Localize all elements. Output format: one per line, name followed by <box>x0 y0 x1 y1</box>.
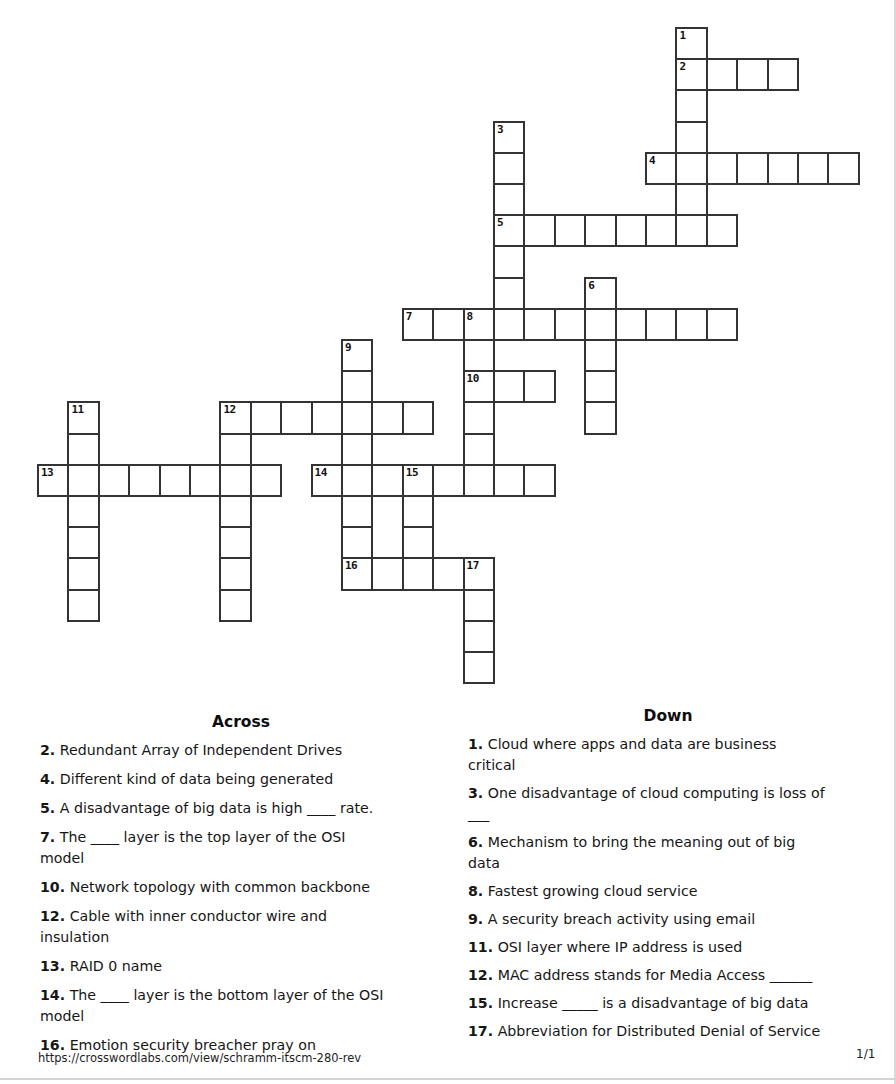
cell-10-18[interactable] <box>584 339 616 372</box>
clue-down-6: 6. Mechanism to bring the meaning out of… <box>468 832 868 874</box>
cell-0-21[interactable]: 1 <box>675 27 707 60</box>
cell-17-11[interactable] <box>371 557 403 590</box>
cell-12-18[interactable] <box>584 401 616 434</box>
clue-down-3: 3. One disadvantage of cloud computing i… <box>468 783 868 825</box>
cell-17-1[interactable] <box>67 557 99 590</box>
cell-7-15[interactable] <box>493 245 525 278</box>
grid-number-9: 9 <box>345 341 351 354</box>
cell-13-10[interactable] <box>341 433 373 466</box>
cell-17-12[interactable] <box>402 557 434 590</box>
cell-4-20[interactable]: 4 <box>645 152 677 185</box>
clue-across-2: 2. Redundant Array of Independent Drives <box>40 740 442 761</box>
clue-down-17: 17. Abbreviation for Distributed Denial … <box>468 1021 868 1042</box>
cell-14-3[interactable] <box>128 464 160 497</box>
cell-14-1[interactable] <box>67 464 99 497</box>
cell-20-14[interactable] <box>463 651 495 684</box>
clue-number: 9. <box>468 911 483 927</box>
clue-number: 5. <box>40 800 55 816</box>
cell-10-10[interactable]: 9 <box>341 339 373 372</box>
clue-number: 6. <box>468 834 483 850</box>
clue-number: 3. <box>468 785 483 801</box>
clue-across-7: 7. The ____ layer is the top layer of th… <box>40 827 442 869</box>
cell-9-12[interactable]: 7 <box>402 308 434 341</box>
clue-down-9: 9. A security breach activity using emai… <box>468 909 868 930</box>
across-clues-section: Across 2. Redundant Array of Independent… <box>40 712 442 1064</box>
cell-17-10[interactable]: 16 <box>341 557 373 590</box>
clue-across-14: 14. The ____ layer is the bottom layer o… <box>40 985 442 1027</box>
cell-12-14[interactable] <box>463 401 495 434</box>
cell-11-16[interactable] <box>523 370 555 403</box>
cell-14-11[interactable] <box>371 464 403 497</box>
cell-14-15[interactable] <box>493 464 525 497</box>
cell-6-17[interactable] <box>554 214 586 247</box>
cell-9-20[interactable] <box>645 308 677 341</box>
clue-down-15: 15. Increase _____ is a disadvantage of … <box>468 993 868 1014</box>
cell-6-22[interactable] <box>706 214 738 247</box>
clue-number: 15. <box>468 995 493 1011</box>
cell-13-6[interactable] <box>219 433 251 466</box>
cell-9-19[interactable] <box>615 308 647 341</box>
grid-number-5: 5 <box>497 216 503 229</box>
cell-18-14[interactable] <box>463 589 495 622</box>
clue-number: 17. <box>468 1023 493 1039</box>
grid-number-11: 11 <box>71 403 83 416</box>
cell-12-6[interactable]: 12 <box>219 401 251 434</box>
cell-16-1[interactable] <box>67 526 99 559</box>
clue-down-12: 12. MAC address stands for Media Access … <box>468 965 868 986</box>
grid-number-13: 13 <box>41 466 53 479</box>
grid-number-10: 10 <box>467 372 479 385</box>
down-clue-list: 1. Cloud where apps and data are busines… <box>468 734 868 1042</box>
cell-3-15[interactable]: 3 <box>493 121 525 154</box>
cell-12-10[interactable] <box>341 401 373 434</box>
grid-number-6: 6 <box>588 279 594 292</box>
cell-18-1[interactable] <box>67 589 99 622</box>
grid-number-17: 17 <box>467 559 479 572</box>
cell-15-1[interactable] <box>67 495 99 528</box>
cell-14-4[interactable] <box>159 464 191 497</box>
clue-number: 8. <box>468 883 483 899</box>
clue-across-10: 10. Network topology with common backbon… <box>40 877 442 898</box>
cell-12-7[interactable] <box>250 401 282 434</box>
cell-1-24[interactable] <box>767 58 799 91</box>
cell-14-0[interactable]: 13 <box>37 464 69 497</box>
grid-number-7: 7 <box>406 310 412 323</box>
cell-17-6[interactable] <box>219 557 251 590</box>
cell-17-13[interactable] <box>432 557 464 590</box>
grid-number-1: 1 <box>679 29 685 42</box>
clue-number: 7. <box>40 829 55 845</box>
clue-across-12: 12. Cable with inner conductor wire andi… <box>40 906 442 948</box>
cell-13-1[interactable] <box>67 433 99 466</box>
cell-9-22[interactable] <box>706 308 738 341</box>
cell-16-6[interactable] <box>219 526 251 559</box>
down-heading: Down <box>468 706 868 726</box>
cell-12-8[interactable] <box>280 401 312 434</box>
cell-11-18[interactable] <box>584 370 616 403</box>
cell-9-21[interactable] <box>675 308 707 341</box>
cell-16-12[interactable] <box>402 526 434 559</box>
cell-8-18[interactable]: 6 <box>584 277 616 310</box>
across-clue-list: 2. Redundant Array of Independent Drives… <box>40 740 442 1056</box>
cell-3-21[interactable] <box>675 121 707 154</box>
cell-12-11[interactable] <box>371 401 403 434</box>
cell-9-16[interactable] <box>523 308 555 341</box>
cell-14-5[interactable] <box>189 464 221 497</box>
cell-4-23[interactable] <box>736 152 768 185</box>
cell-9-13[interactable] <box>432 308 464 341</box>
grid-number-16: 16 <box>345 559 357 572</box>
cell-11-15[interactable] <box>493 370 525 403</box>
footer-url: https://crosswordlabs.com/view/schramm-i… <box>38 1051 361 1065</box>
grid-number-8: 8 <box>467 310 473 323</box>
cell-1-22[interactable] <box>706 58 738 91</box>
cell-14-7[interactable] <box>250 464 282 497</box>
clue-down-1: 1. Cloud where apps and data are busines… <box>468 734 868 776</box>
cell-6-20[interactable] <box>645 214 677 247</box>
clue-number: 13. <box>40 958 65 974</box>
cell-9-15[interactable] <box>493 308 525 341</box>
page-edge-bottom <box>0 1078 896 1080</box>
clue-number: 11. <box>468 939 493 955</box>
cell-14-9[interactable]: 14 <box>311 464 343 497</box>
cell-14-14[interactable] <box>463 464 495 497</box>
cell-6-16[interactable] <box>523 214 555 247</box>
cell-15-10[interactable] <box>341 495 373 528</box>
cell-6-15[interactable]: 5 <box>493 214 525 247</box>
cell-12-12[interactable] <box>402 401 434 434</box>
page-indicator: 1/1 <box>856 1047 875 1061</box>
cell-2-21[interactable] <box>675 89 707 122</box>
cell-6-21[interactable] <box>675 214 707 247</box>
cell-14-12[interactable]: 15 <box>402 464 434 497</box>
grid-number-12: 12 <box>223 403 235 416</box>
cell-9-14[interactable]: 8 <box>463 308 495 341</box>
grid-number-15: 15 <box>406 466 418 479</box>
down-clues-section: Down 1. Cloud where apps and data are bu… <box>468 706 868 1049</box>
cell-17-14[interactable]: 17 <box>463 557 495 590</box>
cell-9-18[interactable] <box>584 308 616 341</box>
cell-4-24[interactable] <box>767 152 799 185</box>
clue-number: 4. <box>40 771 55 787</box>
cell-4-22[interactable] <box>706 152 738 185</box>
cell-6-18[interactable] <box>584 214 616 247</box>
clue-number: 14. <box>40 987 65 1003</box>
cell-8-15[interactable] <box>493 277 525 310</box>
cell-14-13[interactable] <box>432 464 464 497</box>
cell-5-15[interactable] <box>493 183 525 216</box>
grid-number-14: 14 <box>315 466 327 479</box>
cell-11-10[interactable] <box>341 370 373 403</box>
grid-number-2: 2 <box>679 60 685 73</box>
clue-across-5: 5. A disadvantage of big data is high __… <box>40 798 442 819</box>
cell-10-14[interactable] <box>463 339 495 372</box>
clue-number: 1. <box>468 736 483 752</box>
cell-5-21[interactable] <box>675 183 707 216</box>
cell-1-21[interactable]: 2 <box>675 58 707 91</box>
cell-14-2[interactable] <box>98 464 130 497</box>
cell-13-14[interactable] <box>463 433 495 466</box>
cell-14-10[interactable] <box>341 464 373 497</box>
cell-12-1[interactable]: 11 <box>67 401 99 434</box>
cell-15-6[interactable] <box>219 495 251 528</box>
grid-number-4: 4 <box>649 154 655 167</box>
crossword-grid[interactable]: 1234567891011121314151617 <box>0 0 896 700</box>
clue-number: 10. <box>40 879 65 895</box>
clue-across-13: 13. RAID 0 name <box>40 956 442 977</box>
cell-9-17[interactable] <box>554 308 586 341</box>
cell-16-10[interactable] <box>341 526 373 559</box>
cell-4-26[interactable] <box>827 152 859 185</box>
cell-18-6[interactable] <box>219 589 251 622</box>
cell-4-15[interactable] <box>493 152 525 185</box>
across-heading: Across <box>40 712 442 732</box>
grid-number-3: 3 <box>497 123 503 136</box>
cell-4-25[interactable] <box>797 152 829 185</box>
clue-down-8: 8. Fastest growing cloud service <box>468 881 868 902</box>
cell-1-23[interactable] <box>736 58 768 91</box>
clue-down-11: 11. OSI layer where IP address is used <box>468 937 868 958</box>
cell-14-16[interactable] <box>523 464 555 497</box>
cell-11-14[interactable]: 10 <box>463 370 495 403</box>
clue-across-4: 4. Different kind of data being generate… <box>40 769 442 790</box>
clue-number: 2. <box>40 742 55 758</box>
cell-15-12[interactable] <box>402 495 434 528</box>
clue-number: 12. <box>40 908 65 924</box>
cell-4-21[interactable] <box>675 152 707 185</box>
cell-6-19[interactable] <box>615 214 647 247</box>
cell-14-6[interactable] <box>219 464 251 497</box>
cell-19-14[interactable] <box>463 620 495 653</box>
clue-number: 12. <box>468 967 493 983</box>
cell-12-9[interactable] <box>311 401 343 434</box>
